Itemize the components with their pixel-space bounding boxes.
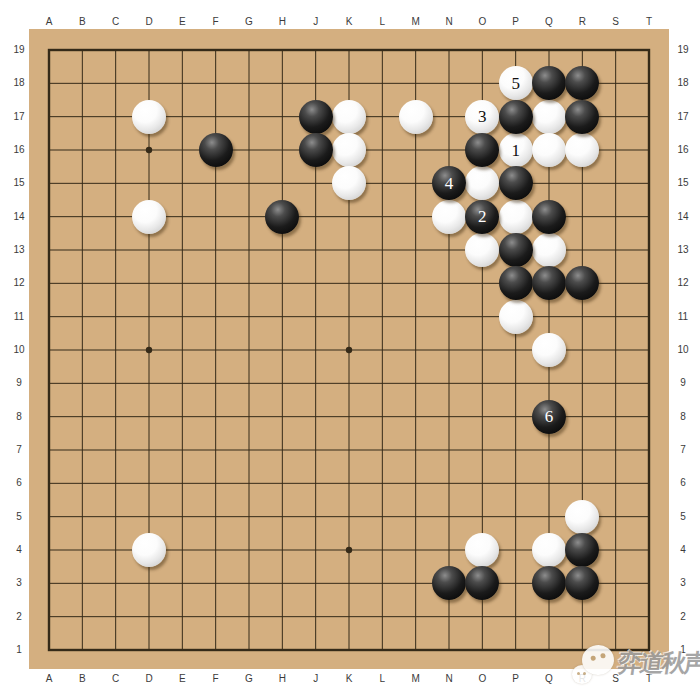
stone-white-P14 [499,200,533,234]
stone-black-N3 [432,566,466,600]
stone-black-R18 [565,66,599,100]
stone-black-O16 [465,133,499,167]
stone-black-J17 [299,100,333,134]
column-label-bottom: R [579,674,586,684]
stone-black-R12 [565,266,599,300]
stone-black-R3 [565,566,599,600]
star-point [346,547,352,553]
row-label-left: 14 [13,212,24,222]
stone-white-Q4 [532,533,566,567]
stone-white-P16: 1 [499,133,533,167]
stone-white-N14 [432,200,466,234]
column-label-top: N [445,17,452,27]
row-label-right: 14 [677,212,688,222]
row-label-left: 2 [16,612,22,622]
row-label-right: 15 [677,178,688,188]
stone-black-N15: 4 [432,166,466,200]
column-label-top: R [579,17,586,27]
row-label-right: 13 [677,245,688,255]
column-label-top: C [112,17,119,27]
row-label-right: 3 [680,578,686,588]
stone-black-P13 [499,233,533,267]
row-label-right: 18 [677,78,688,88]
column-label-top: H [279,17,286,27]
stone-black-Q12 [532,266,566,300]
stone-black-F16 [199,133,233,167]
column-label-top: G [245,17,253,27]
column-label-top: Q [545,17,553,27]
row-label-right: 2 [680,612,686,622]
stone-black-P17 [499,100,533,134]
column-label-bottom: C [112,674,119,684]
stone-white-Q17 [532,100,566,134]
row-label-right: 11 [678,312,688,322]
stone-black-R4 [565,533,599,567]
row-label-left: 12 [13,278,24,288]
stone-white-K15 [332,166,366,200]
stone-black-J16 [299,133,333,167]
stone-black-P12 [499,266,533,300]
row-label-right: 8 [680,412,686,422]
row-label-left: 4 [16,545,22,555]
column-label-top: E [179,17,186,27]
row-label-right: 6 [680,478,686,488]
stone-white-P11 [499,300,533,334]
stone-white-Q16 [532,133,566,167]
stone-white-O13 [465,233,499,267]
column-label-bottom: E [179,674,186,684]
row-label-left: 11 [14,312,24,322]
stone-black-Q14 [532,200,566,234]
column-label-top: T [646,17,652,27]
column-label-bottom: O [478,674,486,684]
column-label-top: F [213,17,219,27]
stone-white-R16 [565,133,599,167]
column-label-top: S [612,17,619,27]
row-label-right: 9 [680,378,686,388]
column-label-bottom: K [346,674,353,684]
stone-white-M17 [399,100,433,134]
stone-white-D17 [132,100,166,134]
stone-white-O15 [465,166,499,200]
star-point [346,347,352,353]
row-label-right: 4 [680,545,686,555]
column-label-bottom: T [646,674,652,684]
column-label-bottom: J [313,674,318,684]
move-number: 2 [478,208,487,225]
column-label-bottom: A [46,674,53,684]
move-number: 3 [478,108,487,125]
row-label-left: 8 [16,412,22,422]
stone-black-P15 [499,166,533,200]
row-label-right: 10 [677,345,688,355]
row-label-left: 7 [16,445,22,455]
column-label-top: A [46,17,53,27]
row-label-right: 5 [680,512,686,522]
star-point [146,347,152,353]
row-label-right: 16 [677,145,688,155]
row-label-right: 17 [677,112,688,122]
row-label-left: 18 [13,78,24,88]
stone-black-Q8: 6 [532,400,566,434]
stone-white-Q13 [532,233,566,267]
column-label-bottom: N [445,674,452,684]
stone-white-O4 [465,533,499,567]
move-number: 6 [545,408,554,425]
stone-white-Q10 [532,333,566,367]
row-label-left: 16 [13,145,24,155]
column-label-bottom: L [380,674,386,684]
stone-black-Q18 [532,66,566,100]
column-label-top: B [79,17,86,27]
move-number: 5 [511,75,520,92]
row-label-left: 5 [16,512,22,522]
row-label-left: 15 [13,178,24,188]
move-number: 4 [445,175,454,192]
star-point [146,147,152,153]
stone-black-R17 [565,100,599,134]
row-label-left: 19 [13,45,24,55]
stone-black-O3 [465,566,499,600]
move-number: 1 [511,142,520,159]
column-label-bottom: F [213,674,219,684]
row-label-right: 1 [680,645,686,655]
row-label-left: 13 [13,245,24,255]
stone-black-O14: 2 [465,200,499,234]
stone-white-R5 [565,500,599,534]
column-label-bottom: S [612,674,619,684]
column-label-bottom: B [79,674,86,684]
row-label-right: 19 [677,45,688,55]
row-label-left: 6 [16,478,22,488]
stone-white-K16 [332,133,366,167]
go-board-diagram: AABBCCDDEEFFGGHHJJKKLLMMNNOOPPQQRRSSTT19… [0,0,700,700]
row-label-left: 9 [16,378,22,388]
row-label-right: 7 [680,445,686,455]
column-label-bottom: D [145,674,152,684]
column-label-top: P [512,17,519,27]
column-label-top: M [411,17,419,27]
column-label-bottom: H [279,674,286,684]
stone-black-H14 [265,200,299,234]
column-label-top: J [313,17,318,27]
row-label-left: 10 [13,345,24,355]
stone-white-P18: 5 [499,66,533,100]
column-label-top: K [346,17,353,27]
row-label-left: 1 [16,645,22,655]
stone-white-O17: 3 [465,100,499,134]
column-label-top: D [145,17,152,27]
column-label-bottom: G [245,674,253,684]
stone-white-D14 [132,200,166,234]
column-label-bottom: M [411,674,419,684]
row-label-right: 12 [677,278,688,288]
column-label-bottom: Q [545,674,553,684]
row-label-left: 17 [13,112,24,122]
stone-black-Q3 [532,566,566,600]
stone-white-D4 [132,533,166,567]
column-label-top: L [380,17,386,27]
stone-white-K17 [332,100,366,134]
column-label-top: O [478,17,486,27]
column-label-bottom: P [512,674,519,684]
row-label-left: 3 [16,578,22,588]
